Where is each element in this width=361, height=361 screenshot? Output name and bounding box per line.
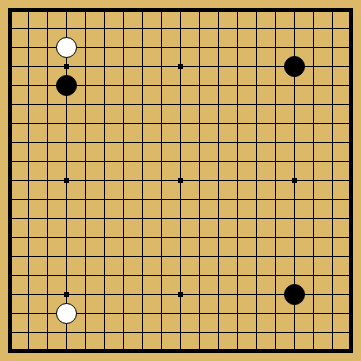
star-point [178,178,183,183]
star-point [292,178,297,183]
star-point [64,292,69,297]
white-stone [56,37,77,58]
star-point [64,178,69,183]
black-stone [284,56,305,77]
black-stone [284,284,305,305]
white-stone [56,303,77,324]
goban [0,0,361,361]
star-point [178,64,183,69]
black-stone [56,75,77,96]
stone-layer [0,0,361,361]
star-point [64,64,69,69]
star-point [178,292,183,297]
